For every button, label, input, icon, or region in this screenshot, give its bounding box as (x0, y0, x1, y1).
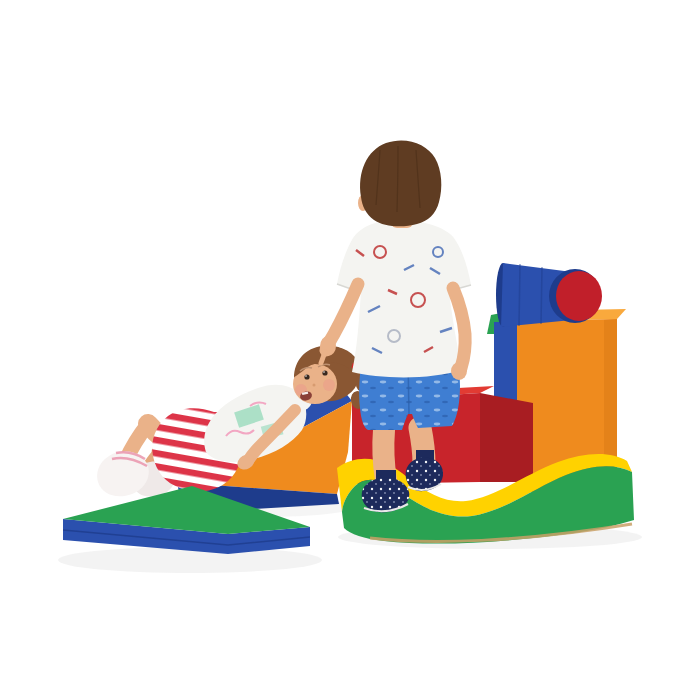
boy-hand-left (451, 362, 467, 380)
product-photo (0, 0, 700, 700)
cylinder-red-end (556, 271, 602, 321)
softplay-scene (0, 0, 700, 700)
boy-hair (360, 140, 441, 226)
cylinder-roller (496, 263, 602, 327)
